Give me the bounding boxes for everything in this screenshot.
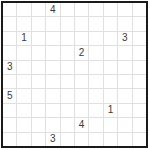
cell[interactable] (17, 61, 30, 74)
cell[interactable] (75, 3, 88, 16)
cell[interactable] (3, 17, 16, 30)
cell[interactable] (75, 104, 88, 117)
cell[interactable] (32, 118, 45, 131)
cell[interactable] (61, 75, 74, 88)
cell[interactable] (3, 32, 16, 45)
cell[interactable] (17, 118, 30, 131)
cell[interactable] (32, 17, 45, 30)
cell[interactable] (118, 61, 131, 74)
cell[interactable] (89, 75, 102, 88)
cell[interactable] (75, 89, 88, 102)
cell[interactable] (32, 75, 45, 88)
clue-cell: 2 (75, 46, 88, 59)
clue-cell: 4 (75, 118, 88, 131)
cell[interactable] (75, 32, 88, 45)
cell[interactable] (61, 104, 74, 117)
cell[interactable] (75, 75, 88, 88)
cell[interactable] (89, 46, 102, 59)
cell[interactable] (133, 89, 146, 102)
cell[interactable] (75, 17, 88, 30)
cell[interactable] (133, 133, 146, 146)
cell[interactable] (61, 133, 74, 146)
cell[interactable] (32, 89, 45, 102)
cell[interactable] (61, 17, 74, 30)
cell[interactable] (3, 46, 16, 59)
cell[interactable] (118, 3, 131, 16)
cell[interactable] (118, 17, 131, 30)
cell[interactable] (104, 17, 117, 30)
clue-cell: 3 (3, 61, 16, 74)
cell[interactable] (17, 104, 30, 117)
cell[interactable] (133, 75, 146, 88)
cell[interactable] (61, 46, 74, 59)
cell[interactable] (133, 32, 146, 45)
cell[interactable] (46, 75, 59, 88)
cell[interactable] (133, 46, 146, 59)
cell[interactable] (118, 75, 131, 88)
cell[interactable] (104, 46, 117, 59)
cell[interactable] (104, 3, 117, 16)
cell[interactable] (32, 46, 45, 59)
cell[interactable] (118, 118, 131, 131)
cell[interactable] (32, 133, 45, 146)
clue-cell: 4 (46, 3, 59, 16)
cell[interactable] (17, 46, 30, 59)
cell[interactable] (89, 3, 102, 16)
cell[interactable] (133, 17, 146, 30)
cell[interactable] (118, 133, 131, 146)
cell[interactable] (104, 118, 117, 131)
cell[interactable] (89, 118, 102, 131)
cell[interactable] (61, 89, 74, 102)
cell[interactable] (32, 61, 45, 74)
cell[interactable] (133, 104, 146, 117)
clue-cell: 1 (104, 104, 117, 117)
cell[interactable] (89, 17, 102, 30)
cell[interactable] (32, 3, 45, 16)
cell[interactable] (89, 133, 102, 146)
cell[interactable] (75, 133, 88, 146)
cell[interactable] (3, 75, 16, 88)
cell[interactable] (104, 89, 117, 102)
cell[interactable] (46, 46, 59, 59)
clue-cell: 3 (118, 32, 131, 45)
cell[interactable] (32, 104, 45, 117)
cell[interactable] (89, 61, 102, 74)
cell[interactable] (17, 89, 30, 102)
cell[interactable] (61, 61, 74, 74)
cell[interactable] (89, 89, 102, 102)
cell[interactable] (3, 133, 16, 146)
cell[interactable] (133, 61, 146, 74)
cell[interactable] (75, 61, 88, 74)
cell[interactable] (17, 17, 30, 30)
cell[interactable] (46, 104, 59, 117)
cell[interactable] (3, 3, 16, 16)
cell[interactable] (17, 75, 30, 88)
cell[interactable] (118, 104, 131, 117)
cell[interactable] (3, 118, 16, 131)
cell[interactable] (104, 75, 117, 88)
cell[interactable] (3, 104, 16, 117)
cell[interactable] (61, 118, 74, 131)
cell[interactable] (104, 61, 117, 74)
cell[interactable] (133, 3, 146, 16)
cell[interactable] (118, 89, 131, 102)
cell[interactable] (46, 118, 59, 131)
cell[interactable] (46, 61, 59, 74)
cell[interactable] (61, 32, 74, 45)
cell[interactable] (104, 133, 117, 146)
cell[interactable] (32, 32, 45, 45)
cell[interactable] (46, 32, 59, 45)
clue-cell: 1 (17, 32, 30, 45)
cell[interactable] (89, 32, 102, 45)
cell[interactable] (17, 133, 30, 146)
puzzle-board: 413235143 (1, 1, 148, 148)
cell[interactable] (46, 17, 59, 30)
cell[interactable] (46, 89, 59, 102)
cell[interactable] (133, 118, 146, 131)
clue-cell: 3 (46, 133, 59, 146)
cell[interactable] (17, 3, 30, 16)
cell[interactable] (104, 32, 117, 45)
cell[interactable] (61, 3, 74, 16)
cell[interactable] (89, 104, 102, 117)
clue-cell: 5 (3, 89, 16, 102)
cell[interactable] (118, 46, 131, 59)
